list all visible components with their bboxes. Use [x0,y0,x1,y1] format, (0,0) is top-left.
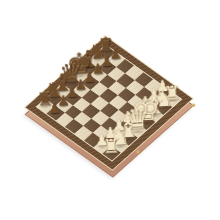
chess-set-product-photo: ♜♞♝♛♚♝♞♜♟♟♟♟♟♟♟♟♟♟♟♟♟♟♟♟♜♞♝♛♚♝♞♜ [0,0,220,220]
piece-black-pawn: ♟ [48,100,61,115]
scene: ♜♞♝♛♚♝♞♜♟♟♟♟♟♟♟♟♟♟♟♟♟♟♟♟♜♞♝♛♚♝♞♜ [0,0,220,220]
pieces-layer: ♜♞♝♛♚♝♞♜♟♟♟♟♟♟♟♟♟♟♟♟♟♟♟♟♜♞♝♛♚♝♞♜ [0,0,220,220]
piece-white-rook: ♜ [102,136,120,156]
